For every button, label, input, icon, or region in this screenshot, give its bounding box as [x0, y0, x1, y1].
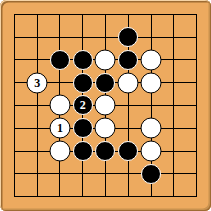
- board-intersection[interactable]: [162, 185, 185, 208]
- grid-line-horizontal: [26, 151, 49, 152]
- board-intersection[interactable]: [185, 71, 208, 94]
- grid-line-horizontal: [185, 151, 196, 152]
- grid-line-horizontal: [185, 105, 196, 106]
- white-stone[interactable]: [95, 49, 116, 70]
- board-intersection[interactable]: [3, 49, 26, 72]
- black-stone[interactable]: [95, 141, 115, 161]
- grid-line-vertical: [173, 14, 174, 25]
- board-intersection[interactable]: [162, 94, 185, 117]
- board-intersection[interactable]: [140, 162, 163, 185]
- black-stone[interactable]: [141, 164, 161, 184]
- board-intersection[interactable]: 2: [71, 94, 94, 117]
- board-intersection[interactable]: [117, 185, 140, 208]
- board-intersection[interactable]: [94, 94, 117, 117]
- board-intersection[interactable]: [49, 71, 72, 94]
- grid-line-vertical: [37, 185, 38, 196]
- grid-line-vertical: [105, 185, 106, 196]
- grid-line-vertical: [151, 14, 152, 25]
- board-intersection[interactable]: 1: [49, 117, 72, 140]
- board-intersection[interactable]: [3, 162, 26, 185]
- board-intersection[interactable]: [71, 71, 94, 94]
- board-intersection[interactable]: [94, 3, 117, 26]
- grid-line-horizontal: [71, 14, 94, 15]
- black-stone[interactable]: [118, 27, 138, 47]
- grid-line-horizontal: [14, 151, 25, 152]
- board-intersection[interactable]: [26, 185, 49, 208]
- board-intersection[interactable]: [26, 162, 49, 185]
- board-intersection[interactable]: [117, 94, 140, 117]
- grid-line-horizontal: [26, 173, 49, 174]
- white-stone[interactable]: [141, 118, 162, 139]
- grid-line-horizontal: [185, 14, 196, 15]
- board-intersection[interactable]: [162, 162, 185, 185]
- black-stone[interactable]: [73, 118, 93, 138]
- grid-line-vertical: [173, 185, 174, 196]
- grid-line-horizontal: [140, 196, 163, 197]
- board-intersection[interactable]: [26, 49, 49, 72]
- grid-line-horizontal: [14, 128, 25, 129]
- board-intersection[interactable]: [3, 94, 26, 117]
- board-intersection[interactable]: [94, 49, 117, 72]
- move-number-label: 2: [80, 99, 86, 112]
- board-intersection[interactable]: [117, 3, 140, 26]
- grid-line-horizontal: [117, 196, 140, 197]
- grid-line-horizontal: [94, 37, 117, 38]
- grid-line-vertical: [59, 185, 60, 196]
- grid-line-horizontal: [49, 196, 72, 197]
- board-intersection[interactable]: [162, 71, 185, 94]
- grid-line-vertical: [59, 14, 60, 25]
- board-intersection[interactable]: [71, 162, 94, 185]
- board-intersection[interactable]: [185, 26, 208, 49]
- grid-line-horizontal: [26, 14, 49, 15]
- board-intersection[interactable]: [94, 26, 117, 49]
- grid-line-horizontal: [14, 82, 25, 83]
- grid-line-horizontal: [162, 105, 185, 106]
- grid-line-horizontal: [117, 14, 140, 15]
- grid-line-horizontal: [94, 14, 117, 15]
- white-stone[interactable]: [118, 72, 139, 93]
- grid-line-horizontal: [14, 196, 25, 197]
- grid-line-vertical: [196, 14, 197, 25]
- board-intersection[interactable]: [185, 185, 208, 208]
- board-intersection[interactable]: [49, 3, 72, 26]
- grid-line-vertical: [14, 14, 15, 25]
- black-stone[interactable]: [73, 73, 93, 93]
- grid-line-horizontal: [14, 14, 25, 15]
- board-intersection[interactable]: [94, 140, 117, 163]
- grid-line-horizontal: [49, 37, 72, 38]
- board-intersection[interactable]: [140, 71, 163, 94]
- grid-line-horizontal: [117, 105, 140, 106]
- grid-line-horizontal: [71, 196, 94, 197]
- grid-line-vertical: [128, 14, 129, 25]
- grid-line-horizontal: [185, 82, 196, 83]
- grid-line-horizontal: [26, 59, 49, 60]
- board-intersection[interactable]: [94, 117, 117, 140]
- grid-line-horizontal: [117, 173, 140, 174]
- board-intersection[interactable]: [117, 117, 140, 140]
- board-intersection[interactable]: [3, 3, 26, 26]
- grid-line-horizontal: [162, 151, 185, 152]
- board-intersection[interactable]: [3, 185, 26, 208]
- grid-line-horizontal: [162, 59, 185, 60]
- board-intersection[interactable]: [71, 117, 94, 140]
- black-stone[interactable]: [50, 50, 70, 70]
- board-intersection[interactable]: [162, 49, 185, 72]
- board-intersection[interactable]: [162, 26, 185, 49]
- grid-line-vertical: [105, 14, 106, 25]
- grid-line-horizontal: [140, 105, 163, 106]
- white-stone[interactable]: [141, 49, 162, 70]
- board-intersection[interactable]: [49, 26, 72, 49]
- grid-line-horizontal: [140, 37, 163, 38]
- grid-line-vertical: [82, 185, 83, 196]
- board-intersection[interactable]: [94, 185, 117, 208]
- grid-line-horizontal: [49, 82, 72, 83]
- board-intersection[interactable]: 3: [26, 71, 49, 94]
- grid-line-horizontal: [14, 173, 25, 174]
- move-number-label: 3: [34, 76, 40, 89]
- board-intersection[interactable]: [117, 71, 140, 94]
- board-intersection[interactable]: [140, 117, 163, 140]
- black-stone[interactable]: [118, 141, 138, 161]
- grid-line-horizontal: [140, 14, 163, 15]
- board-intersection[interactable]: [26, 94, 49, 117]
- grid-line-horizontal: [26, 105, 49, 106]
- board-intersection[interactable]: [71, 185, 94, 208]
- board-intersection[interactable]: [71, 140, 94, 163]
- white-stone[interactable]: [141, 72, 162, 93]
- grid-line-vertical: [14, 185, 15, 196]
- board-intersection[interactable]: [26, 3, 49, 26]
- grid-line-vertical: [128, 185, 129, 196]
- board-intersection[interactable]: [49, 49, 72, 72]
- board-intersection[interactable]: [140, 185, 163, 208]
- board-intersection[interactable]: [49, 94, 72, 117]
- move-number-label: 1: [57, 122, 63, 135]
- grid-line-horizontal: [26, 37, 49, 38]
- board-intersection[interactable]: [140, 3, 163, 26]
- grid-line-horizontal: [26, 196, 49, 197]
- board-intersection[interactable]: [26, 117, 49, 140]
- white-stone[interactable]: [95, 95, 116, 116]
- white-stone[interactable]: [95, 118, 116, 139]
- white-stone[interactable]: [49, 141, 70, 162]
- board-intersection[interactable]: [26, 26, 49, 49]
- board-intersection[interactable]: [140, 140, 163, 163]
- board-intersection[interactable]: [117, 49, 140, 72]
- grid-line-horizontal: [49, 14, 72, 15]
- board-intersection[interactable]: [162, 3, 185, 26]
- grid-line-horizontal: [162, 173, 185, 174]
- board-intersection[interactable]: [49, 140, 72, 163]
- board-intersection[interactable]: [71, 26, 94, 49]
- grid-line-horizontal: [162, 128, 185, 129]
- grid-line-horizontal: [185, 173, 196, 174]
- grid-line-horizontal: [94, 173, 117, 174]
- grid-line-horizontal: [71, 37, 94, 38]
- board-intersection[interactable]: [3, 140, 26, 163]
- black-stone[interactable]: [73, 141, 93, 161]
- grid-line-horizontal: [71, 173, 94, 174]
- grid-line-horizontal: [185, 59, 196, 60]
- board-intersection[interactable]: [94, 71, 117, 94]
- board-intersection[interactable]: [49, 185, 72, 208]
- grid-line-vertical: [37, 14, 38, 25]
- board-intersection[interactable]: [117, 26, 140, 49]
- grid-line-vertical: [151, 185, 152, 196]
- white-stone[interactable]: 3: [27, 72, 48, 93]
- board-intersection[interactable]: [140, 49, 163, 72]
- grid-line-horizontal: [94, 196, 117, 197]
- board-intersection[interactable]: [26, 140, 49, 163]
- white-stone[interactable]: 1: [49, 118, 70, 139]
- grid-line-horizontal: [185, 196, 196, 197]
- black-stone[interactable]: [118, 50, 138, 70]
- grid-line-horizontal: [26, 128, 49, 129]
- grid-line-vertical: [82, 14, 83, 25]
- grid-line-horizontal: [49, 173, 72, 174]
- board-intersection[interactable]: [94, 162, 117, 185]
- black-stone[interactable]: [73, 50, 93, 70]
- board-grid: 321: [3, 3, 208, 208]
- board-intersection[interactable]: [162, 117, 185, 140]
- black-stone[interactable]: 2: [73, 95, 93, 115]
- grid-line-horizontal: [185, 37, 196, 38]
- board-intersection[interactable]: [185, 94, 208, 117]
- grid-line-horizontal: [162, 14, 185, 15]
- white-stone[interactable]: [49, 95, 70, 116]
- grid-line-horizontal: [14, 105, 25, 106]
- grid-line-horizontal: [14, 37, 25, 38]
- board-intersection[interactable]: [3, 71, 26, 94]
- board-intersection[interactable]: [162, 140, 185, 163]
- grid-line-vertical: [196, 185, 197, 196]
- board-intersection[interactable]: [3, 117, 26, 140]
- grid-line-horizontal: [162, 37, 185, 38]
- board-intersection[interactable]: [140, 94, 163, 117]
- board-intersection[interactable]: [117, 162, 140, 185]
- grid-line-horizontal: [162, 82, 185, 83]
- board-intersection[interactable]: [185, 162, 208, 185]
- board-intersection[interactable]: [71, 49, 94, 72]
- grid-line-horizontal: [185, 128, 196, 129]
- board-intersection[interactable]: [3, 26, 26, 49]
- grid-line-horizontal: [14, 59, 25, 60]
- grid-line-horizontal: [117, 128, 140, 129]
- go-board: 321: [0, 0, 211, 211]
- white-stone[interactable]: [141, 141, 162, 162]
- board-intersection[interactable]: [185, 117, 208, 140]
- board-intersection[interactable]: [49, 162, 72, 185]
- black-stone[interactable]: [95, 73, 115, 93]
- board-intersection[interactable]: [185, 140, 208, 163]
- board-intersection[interactable]: [140, 26, 163, 49]
- board-intersection[interactable]: [117, 140, 140, 163]
- board-intersection[interactable]: [185, 49, 208, 72]
- grid-line-horizontal: [162, 196, 185, 197]
- board-intersection[interactable]: [185, 3, 208, 26]
- board-intersection[interactable]: [71, 3, 94, 26]
